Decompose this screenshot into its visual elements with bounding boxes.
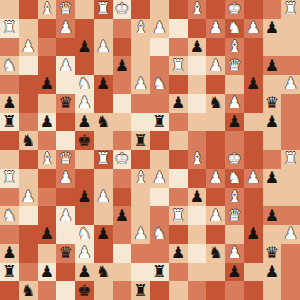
board-square-r9c6[interactable]: ♜ xyxy=(94,150,113,169)
board-square-r10c6[interactable] xyxy=(94,169,113,188)
board-square-r16c13[interactable] xyxy=(225,281,244,300)
board-square-r14c16[interactable] xyxy=(281,244,300,263)
board-square-r3c15[interactable] xyxy=(263,38,282,57)
board-square-r14c7[interactable] xyxy=(113,244,132,263)
board-square-r2c14[interactable]: ♟ xyxy=(244,19,263,38)
board-square-r12c3[interactable] xyxy=(38,206,57,225)
board-square-r3c5[interactable]: ♟ xyxy=(75,38,94,57)
board-square-r6c5[interactable]: ♟ xyxy=(75,94,94,113)
board-square-r16c3[interactable] xyxy=(38,281,57,300)
board-square-r7c15[interactable]: ♟ xyxy=(263,113,282,132)
board-square-r8c9[interactable] xyxy=(150,131,169,150)
board-square-r4c13[interactable]: ♛ xyxy=(225,56,244,75)
white-pawn-piece: ♟ xyxy=(77,95,91,111)
board-square-r4c5[interactable] xyxy=(75,56,94,75)
board-square-r1c1[interactable] xyxy=(0,0,19,19)
board-square-r8c3[interactable] xyxy=(38,131,57,150)
white-pawn-piece: ♟ xyxy=(58,57,72,73)
board-square-r9c7[interactable]: ♚ xyxy=(113,150,132,169)
board-square-r6c4[interactable]: ♛ xyxy=(56,94,75,113)
board-square-r7c1[interactable]: ♜ xyxy=(0,113,19,132)
board-square-r8c6[interactable] xyxy=(94,131,113,150)
board-square-r9c1[interactable] xyxy=(0,150,19,169)
black-pawn-piece: ♟ xyxy=(77,38,91,54)
black-pawn-piece: ♟ xyxy=(265,263,279,279)
black-pawn-piece: ♟ xyxy=(265,207,279,223)
board-square-r1c4[interactable]: ♛ xyxy=(56,0,75,19)
white-pawn-piece: ♟ xyxy=(246,170,260,186)
board-square-r2c4[interactable]: ♟ xyxy=(56,19,75,38)
board-square-r7c2[interactable] xyxy=(19,113,38,132)
board-square-r2c9[interactable]: ♟ xyxy=(150,19,169,38)
board-square-r13c3[interactable]: ♟ xyxy=(38,225,57,244)
board-square-r5c2[interactable] xyxy=(19,75,38,94)
board-square-r8c12[interactable] xyxy=(206,131,225,150)
board-square-r6c7[interactable] xyxy=(113,94,132,113)
board-square-r14c10[interactable]: ♟ xyxy=(169,244,188,263)
black-queen-piece: ♛ xyxy=(58,95,72,111)
board-square-r3c11[interactable]: ♟ xyxy=(188,38,207,57)
board-square-r7c11[interactable] xyxy=(188,113,207,132)
board-square-r4c9[interactable] xyxy=(150,56,169,75)
board-square-r11c14[interactable] xyxy=(244,188,263,207)
board-square-r10c7[interactable] xyxy=(113,169,132,188)
board-square-r4c11[interactable] xyxy=(188,56,207,75)
board-square-r11c11[interactable]: ♟ xyxy=(188,188,207,207)
board-square-r14c1[interactable]: ♟ xyxy=(0,244,19,263)
board-square-r15c6[interactable]: ♞ xyxy=(94,263,113,282)
black-pawn-piece: ♟ xyxy=(40,226,54,242)
board-square-r9c9[interactable] xyxy=(150,150,169,169)
white-rook-piece: ♜ xyxy=(96,1,110,17)
board-square-r13c12[interactable] xyxy=(206,225,225,244)
board-square-r14c14[interactable] xyxy=(244,244,263,263)
white-queen-piece: ♛ xyxy=(58,151,72,167)
board-square-r11c8[interactable] xyxy=(131,188,150,207)
white-rook-piece: ♜ xyxy=(283,1,297,17)
board-square-r9c10[interactable] xyxy=(169,150,188,169)
board-square-r3c8[interactable] xyxy=(131,38,150,57)
white-bishop-piece: ♝ xyxy=(133,20,147,36)
board-square-r7c4[interactable] xyxy=(56,113,75,132)
board-square-r16c6[interactable] xyxy=(94,281,113,300)
board-square-r6c6[interactable] xyxy=(94,94,113,113)
board-square-r8c5[interactable]: ♚ xyxy=(75,131,94,150)
board-square-r11c3[interactable] xyxy=(38,188,57,207)
board-square-r1c5[interactable] xyxy=(75,0,94,19)
board-square-r2c16[interactable] xyxy=(281,19,300,38)
board-square-r9c3[interactable]: ♝ xyxy=(38,150,57,169)
black-pawn-piece: ♟ xyxy=(246,76,260,92)
black-queen-piece: ♛ xyxy=(58,245,72,261)
board-square-r5c11[interactable] xyxy=(188,75,207,94)
board-square-r2c7[interactable] xyxy=(113,19,132,38)
board-square-r11c10[interactable] xyxy=(169,188,188,207)
board-square-r14c3[interactable] xyxy=(38,244,57,263)
board-square-r15c15[interactable]: ♟ xyxy=(263,263,282,282)
board-square-r15c16[interactable] xyxy=(281,263,300,282)
board-square-r12c16[interactable] xyxy=(281,206,300,225)
board-square-r13c16[interactable]: ♟ xyxy=(281,225,300,244)
black-pawn-piece: ♟ xyxy=(115,57,129,73)
board-square-r11c13[interactable]: ♝ xyxy=(225,188,244,207)
black-pawn-piece: ♟ xyxy=(115,207,129,223)
board-square-r6c2[interactable] xyxy=(19,94,38,113)
board-square-r2c2[interactable] xyxy=(19,19,38,38)
board-square-r8c8[interactable]: ♜ xyxy=(131,131,150,150)
board-square-r10c10[interactable] xyxy=(169,169,188,188)
board-square-r10c3[interactable] xyxy=(38,169,57,188)
board-square-r15c10[interactable] xyxy=(169,263,188,282)
board-square-r15c11[interactable] xyxy=(188,263,207,282)
board-square-r2c8[interactable]: ♝ xyxy=(131,19,150,38)
board-square-r14c4[interactable]: ♛ xyxy=(56,244,75,263)
board-square-r8c11[interactable] xyxy=(188,131,207,150)
board-square-r15c1[interactable]: ♜ xyxy=(0,263,19,282)
board-square-r5c1[interactable] xyxy=(0,75,19,94)
board-square-r12c7[interactable]: ♟ xyxy=(113,206,132,225)
board-square-r4c4[interactable]: ♟ xyxy=(56,56,75,75)
board-square-r10c4[interactable]: ♟ xyxy=(56,169,75,188)
board-square-r12c9[interactable] xyxy=(150,206,169,225)
board-square-r3c16[interactable] xyxy=(281,38,300,57)
board-square-r3c4[interactable] xyxy=(56,38,75,57)
black-knight-piece: ♞ xyxy=(96,263,110,279)
white-pawn-piece: ♟ xyxy=(246,20,260,36)
board-square-r6c14[interactable] xyxy=(244,94,263,113)
board-square-r1c11[interactable]: ♝ xyxy=(188,0,207,19)
white-queen-piece: ♛ xyxy=(58,1,72,17)
board-square-r1c9[interactable] xyxy=(150,0,169,19)
board-square-r1c14[interactable] xyxy=(244,0,263,19)
board-square-r2c1[interactable]: ♜ xyxy=(0,19,19,38)
board-square-r2c15[interactable]: ♟ xyxy=(263,19,282,38)
board-square-r10c2[interactable] xyxy=(19,169,38,188)
board-square-r11c4[interactable] xyxy=(56,188,75,207)
board-square-r6c16[interactable] xyxy=(281,94,300,113)
white-knight-piece: ♞ xyxy=(152,76,166,92)
board-square-r10c9[interactable]: ♟ xyxy=(150,169,169,188)
board-square-r1c16[interactable]: ♜ xyxy=(281,0,300,19)
board-square-r14c2[interactable] xyxy=(19,244,38,263)
board-square-r13c9[interactable]: ♞ xyxy=(150,225,169,244)
board-square-r13c15[interactable] xyxy=(263,225,282,244)
board-square-r14c9[interactable] xyxy=(150,244,169,263)
board-square-r11c1[interactable] xyxy=(0,188,19,207)
board-square-r13c4[interactable] xyxy=(56,225,75,244)
black-rook-piece: ♜ xyxy=(2,263,16,279)
board-square-r7c10[interactable] xyxy=(169,113,188,132)
board-square-r2c10[interactable] xyxy=(169,19,188,38)
board-square-r10c14[interactable]: ♟ xyxy=(244,169,263,188)
board-square-r10c16[interactable] xyxy=(281,169,300,188)
board-square-r16c11[interactable] xyxy=(188,281,207,300)
board-square-r16c4[interactable] xyxy=(56,281,75,300)
board-square-r11c12[interactable] xyxy=(206,188,225,207)
board-square-r12c1[interactable]: ♞ xyxy=(0,206,19,225)
board-square-r6c3[interactable] xyxy=(38,94,57,113)
board-square-r8c14[interactable] xyxy=(244,131,263,150)
board-square-r2c6[interactable] xyxy=(94,19,113,38)
board-square-r4c1[interactable]: ♞ xyxy=(0,56,19,75)
board-square-r4c16[interactable] xyxy=(281,56,300,75)
board-square-r12c5[interactable] xyxy=(75,206,94,225)
board-square-r1c6[interactable]: ♜ xyxy=(94,0,113,19)
board-square-r15c9[interactable]: ♜ xyxy=(150,263,169,282)
board-square-r4c8[interactable] xyxy=(131,56,150,75)
white-pawn-piece: ♟ xyxy=(58,207,72,223)
board-square-r13c14[interactable]: ♟ xyxy=(244,225,263,244)
white-bishop-piece: ♝ xyxy=(40,151,54,167)
board-square-r15c5[interactable]: ♟ xyxy=(75,263,94,282)
board-square-r3c1[interactable] xyxy=(0,38,19,57)
board-square-r5c14[interactable]: ♟ xyxy=(244,75,263,94)
board-square-r10c15[interactable]: ♟ xyxy=(263,169,282,188)
board-square-r2c13[interactable]: ♞ xyxy=(225,19,244,38)
board-square-r7c14[interactable] xyxy=(244,113,263,132)
board-square-r10c13[interactable]: ♞ xyxy=(225,169,244,188)
board-square-r16c9[interactable] xyxy=(150,281,169,300)
black-knight-piece: ♞ xyxy=(21,282,35,298)
board-square-r16c10[interactable] xyxy=(169,281,188,300)
board-square-r3c10[interactable] xyxy=(169,38,188,57)
board-square-r6c12[interactable]: ♞ xyxy=(206,94,225,113)
board-square-r7c16[interactable] xyxy=(281,113,300,132)
board-square-r16c12[interactable] xyxy=(206,281,225,300)
board-square-r6c10[interactable]: ♟ xyxy=(169,94,188,113)
black-knight-piece: ♞ xyxy=(96,113,110,129)
board-square-r12c14[interactable] xyxy=(244,206,263,225)
board-square-r12c15[interactable]: ♟ xyxy=(263,206,282,225)
board-square-r1c13[interactable]: ♚ xyxy=(225,0,244,19)
board-square-r11c2[interactable]: ♟ xyxy=(19,188,38,207)
board-square-r5c6[interactable]: ♟ xyxy=(94,75,113,94)
board-square-r16c2[interactable]: ♞ xyxy=(19,281,38,300)
black-pawn-piece: ♟ xyxy=(190,188,204,204)
board-square-r9c5[interactable] xyxy=(75,150,94,169)
board-square-r10c8[interactable]: ♝ xyxy=(131,169,150,188)
board-square-r10c12[interactable]: ♟ xyxy=(206,169,225,188)
board-square-r7c7[interactable] xyxy=(113,113,132,132)
board-square-r16c14[interactable] xyxy=(244,281,263,300)
board-square-r12c8[interactable] xyxy=(131,206,150,225)
board-square-r15c8[interactable] xyxy=(131,263,150,282)
board-square-r8c16[interactable] xyxy=(281,131,300,150)
board-square-r5c12[interactable] xyxy=(206,75,225,94)
board-square-r4c12[interactable]: ♟ xyxy=(206,56,225,75)
board-square-r10c5[interactable] xyxy=(75,169,94,188)
board-square-r1c7[interactable]: ♚ xyxy=(113,0,132,19)
board-square-r14c12[interactable]: ♞ xyxy=(206,244,225,263)
board-square-r4c14[interactable] xyxy=(244,56,263,75)
board-square-r3c2[interactable]: ♟ xyxy=(19,38,38,57)
board-square-r16c5[interactable]: ♚ xyxy=(75,281,94,300)
board-square-r13c13[interactable] xyxy=(225,225,244,244)
board-square-r5c4[interactable] xyxy=(56,75,75,94)
board-square-r4c6[interactable] xyxy=(94,56,113,75)
board-square-r15c13[interactable]: ♟ xyxy=(225,263,244,282)
board-square-r5c8[interactable]: ♟ xyxy=(131,75,150,94)
board-square-r14c13[interactable]: ♟ xyxy=(225,244,244,263)
board-square-r8c2[interactable]: ♞ xyxy=(19,131,38,150)
black-queen-piece: ♛ xyxy=(265,95,279,111)
board-square-r7c3[interactable]: ♟ xyxy=(38,113,57,132)
board-square-r13c6[interactable]: ♟ xyxy=(94,225,113,244)
board-square-r3c9[interactable] xyxy=(150,38,169,57)
board-square-r16c1[interactable] xyxy=(0,281,19,300)
board-square-r3c13[interactable]: ♝ xyxy=(225,38,244,57)
board-square-r13c11[interactable] xyxy=(188,225,207,244)
white-rook-piece: ♜ xyxy=(171,207,185,223)
white-pawn-piece: ♟ xyxy=(21,188,35,204)
board-square-r16c7[interactable] xyxy=(113,281,132,300)
board-square-r3c14[interactable] xyxy=(244,38,263,57)
board-square-r4c2[interactable] xyxy=(19,56,38,75)
board-square-r14c6[interactable] xyxy=(94,244,113,263)
board-square-r7c8[interactable] xyxy=(131,113,150,132)
board-square-r15c14[interactable] xyxy=(244,263,263,282)
board-square-r16c8[interactable]: ♜ xyxy=(131,281,150,300)
board-square-r11c7[interactable] xyxy=(113,188,132,207)
board-square-r1c12[interactable] xyxy=(206,0,225,19)
board-square-r15c12[interactable] xyxy=(206,263,225,282)
board-square-r12c12[interactable]: ♟ xyxy=(206,206,225,225)
black-rook-piece: ♜ xyxy=(2,113,16,129)
board-square-r5c13[interactable] xyxy=(225,75,244,94)
board-square-r13c2[interactable] xyxy=(19,225,38,244)
board-square-r10c11[interactable] xyxy=(188,169,207,188)
board-square-r2c5[interactable] xyxy=(75,19,94,38)
board-square-r12c2[interactable] xyxy=(19,206,38,225)
board-square-r3c3[interactable] xyxy=(38,38,57,57)
board-square-r16c16[interactable] xyxy=(281,281,300,300)
board-square-r7c9[interactable]: ♜ xyxy=(150,113,169,132)
board-square-r13c1[interactable] xyxy=(0,225,19,244)
board-square-r13c5[interactable]: ♞ xyxy=(75,225,94,244)
board-square-r11c16[interactable] xyxy=(281,188,300,207)
board-square-r10c1[interactable]: ♜ xyxy=(0,169,19,188)
board-square-r11c5[interactable]: ♟ xyxy=(75,188,94,207)
board-square-r8c13[interactable] xyxy=(225,131,244,150)
board-square-r12c11[interactable] xyxy=(188,206,207,225)
board-square-r7c6[interactable]: ♞ xyxy=(94,113,113,132)
board-square-r9c8[interactable] xyxy=(131,150,150,169)
white-rook-piece: ♜ xyxy=(171,57,185,73)
board-square-r5c15[interactable] xyxy=(263,75,282,94)
board-square-r11c15[interactable] xyxy=(263,188,282,207)
board-square-r3c12[interactable] xyxy=(206,38,225,57)
board-square-r14c5[interactable]: ♟ xyxy=(75,244,94,263)
board-square-r1c3[interactable]: ♝ xyxy=(38,0,57,19)
board-square-r6c8[interactable] xyxy=(131,94,150,113)
black-knight-piece: ♞ xyxy=(208,95,222,111)
black-pawn-piece: ♟ xyxy=(265,20,279,36)
board-square-r7c12[interactable] xyxy=(206,113,225,132)
board-square-r13c7[interactable] xyxy=(113,225,132,244)
black-pawn-piece: ♟ xyxy=(171,95,185,111)
board-square-r11c9[interactable] xyxy=(150,188,169,207)
board-square-r1c10[interactable] xyxy=(169,0,188,19)
black-pawn-piece: ♟ xyxy=(265,170,279,186)
black-rook-piece: ♜ xyxy=(133,282,147,298)
board-square-r5c16[interactable]: ♟ xyxy=(281,75,300,94)
black-knight-piece: ♞ xyxy=(208,245,222,261)
board-square-r15c3[interactable]: ♟ xyxy=(38,263,57,282)
board-square-r4c3[interactable] xyxy=(38,56,57,75)
black-king-piece: ♚ xyxy=(77,282,91,298)
board-square-r8c1[interactable] xyxy=(0,131,19,150)
board-square-r4c10[interactable]: ♜ xyxy=(169,56,188,75)
board-square-r13c10[interactable] xyxy=(169,225,188,244)
board-square-r3c6[interactable]: ♟ xyxy=(94,38,113,57)
board-square-r16c15[interactable] xyxy=(263,281,282,300)
board-square-r7c13[interactable]: ♟ xyxy=(225,113,244,132)
board-square-r14c15[interactable]: ♛ xyxy=(263,244,282,263)
board-square-r3c7[interactable] xyxy=(113,38,132,57)
board-square-r9c12[interactable] xyxy=(206,150,225,169)
board-square-r12c6[interactable] xyxy=(94,206,113,225)
board-square-r14c11[interactable] xyxy=(188,244,207,263)
board-square-r12c4[interactable]: ♟ xyxy=(56,206,75,225)
board-square-r6c13[interactable]: ♟ xyxy=(225,94,244,113)
board-square-r6c11[interactable] xyxy=(188,94,207,113)
board-square-r11c6[interactable]: ♟ xyxy=(94,188,113,207)
board-square-r9c4[interactable]: ♛ xyxy=(56,150,75,169)
board-square-r9c13[interactable]: ♚ xyxy=(225,150,244,169)
white-pawn-piece: ♟ xyxy=(77,245,91,261)
board-square-r5c9[interactable]: ♞ xyxy=(150,75,169,94)
board-square-r8c4[interactable] xyxy=(56,131,75,150)
board-square-r2c3[interactable] xyxy=(38,19,57,38)
board-square-r5c7[interactable] xyxy=(113,75,132,94)
black-pawn-piece: ♟ xyxy=(40,113,54,129)
board-square-r9c16[interactable]: ♜ xyxy=(281,150,300,169)
white-queen-piece: ♛ xyxy=(227,57,241,73)
board-square-r9c2[interactable] xyxy=(19,150,38,169)
black-pawn-piece: ♟ xyxy=(227,263,241,279)
board-square-r5c10[interactable] xyxy=(169,75,188,94)
board-square-r2c11[interactable] xyxy=(188,19,207,38)
board-square-r1c15[interactable] xyxy=(263,0,282,19)
board-square-r7c5[interactable]: ♟ xyxy=(75,113,94,132)
board-square-r8c15[interactable] xyxy=(263,131,282,150)
board-square-r9c14[interactable] xyxy=(244,150,263,169)
board-square-r4c15[interactable]: ♟ xyxy=(263,56,282,75)
board-square-r6c9[interactable] xyxy=(150,94,169,113)
board-square-r13c8[interactable]: ♟ xyxy=(131,225,150,244)
board-square-r6c15[interactable]: ♛ xyxy=(263,94,282,113)
board-square-r9c15[interactable] xyxy=(263,150,282,169)
board-square-r15c4[interactable] xyxy=(56,263,75,282)
board-square-r5c5[interactable]: ♞ xyxy=(75,75,94,94)
board-square-r15c7[interactable] xyxy=(113,263,132,282)
board-square-r12c10[interactable]: ♜ xyxy=(169,206,188,225)
board-square-r12c13[interactable]: ♛ xyxy=(225,206,244,225)
board-square-r14c8[interactable] xyxy=(131,244,150,263)
board-square-r4c7[interactable]: ♟ xyxy=(113,56,132,75)
white-king-piece: ♚ xyxy=(115,1,129,17)
board-square-r2c12[interactable]: ♟ xyxy=(206,19,225,38)
board-square-r1c8[interactable] xyxy=(131,0,150,19)
board-square-r8c7[interactable] xyxy=(113,131,132,150)
board-square-r6c1[interactable]: ♟ xyxy=(0,94,19,113)
board-square-r1c2[interactable] xyxy=(19,0,38,19)
board-square-r8c10[interactable] xyxy=(169,131,188,150)
board-square-r5c3[interactable]: ♟ xyxy=(38,75,57,94)
white-bishop-piece: ♝ xyxy=(133,170,147,186)
board-square-r9c11[interactable]: ♝ xyxy=(188,150,207,169)
board-square-r15c2[interactable] xyxy=(19,263,38,282)
